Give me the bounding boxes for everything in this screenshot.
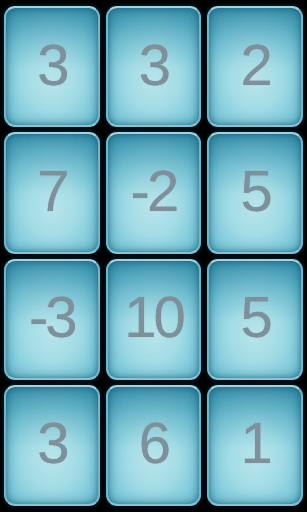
tile-r2c1[interactable]: 7 [4,132,100,253]
tile-r4c3[interactable]: 1 [207,385,303,506]
tile-number: 7 [37,162,66,220]
tile-r3c3[interactable]: 5 [207,259,303,380]
tile-number: 5 [240,288,269,346]
tile-r3c1[interactable]: -3 [4,259,100,380]
tile-r2c2[interactable]: -2 [106,132,202,253]
tile-number: 1 [240,414,269,472]
tile-number: 3 [37,414,66,472]
tile-r3c2[interactable]: 10 [106,259,202,380]
tile-number: -2 [131,162,177,220]
tile-r1c3[interactable]: 2 [207,6,303,127]
tile-number: 2 [240,36,269,94]
tile-number: 3 [139,36,168,94]
game-screen: 3 3 2 7 -2 5 -3 10 5 3 6 [0,0,307,512]
tile-number: 3 [37,36,66,94]
tile-number: -3 [29,288,75,346]
tile-number: 5 [240,162,269,220]
tile-r4c1[interactable]: 3 [4,385,100,506]
tile-r1c1[interactable]: 3 [4,6,100,127]
tile-r1c2[interactable]: 3 [106,6,202,127]
tile-number: 10 [124,288,183,346]
board: 3 3 2 7 -2 5 -3 10 5 3 6 [0,0,307,512]
tile-number: 6 [139,414,168,472]
tile-r2c3[interactable]: 5 [207,132,303,253]
tile-r4c2[interactable]: 6 [106,385,202,506]
